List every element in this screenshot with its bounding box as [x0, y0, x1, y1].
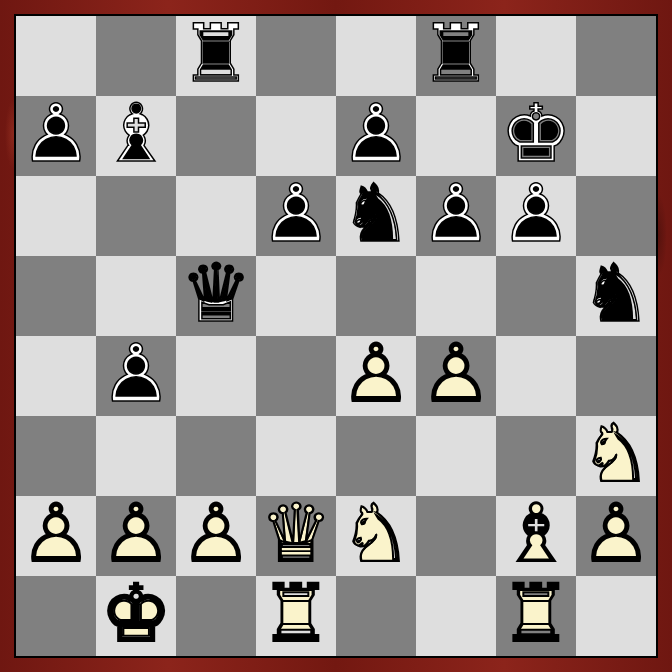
square-c2[interactable]: ♟♙ — [176, 496, 256, 576]
square-b7[interactable]: ♝♗ — [96, 96, 176, 176]
square-b8[interactable] — [96, 16, 176, 96]
square-a4[interactable] — [16, 336, 96, 416]
square-g2[interactable]: ♝♗ — [496, 496, 576, 576]
square-f3[interactable] — [416, 416, 496, 496]
square-g7[interactable]: ♚♔ — [496, 96, 576, 176]
black-rook-outline: ♖ — [176, 14, 256, 94]
white-king-outline: ♔ — [96, 574, 176, 654]
square-b4[interactable]: ♟♙ — [96, 336, 176, 416]
square-c3[interactable] — [176, 416, 256, 496]
black-pawn[interactable]: ♟♙ — [336, 96, 416, 176]
square-a7[interactable]: ♟♙ — [16, 96, 96, 176]
square-h7[interactable] — [576, 96, 656, 176]
black-pawn-outline: ♙ — [336, 94, 416, 174]
square-f8[interactable]: ♜♖ — [416, 16, 496, 96]
square-c5[interactable]: ♛♕ — [176, 256, 256, 336]
square-g6[interactable]: ♟♙ — [496, 176, 576, 256]
square-b2[interactable]: ♟♙ — [96, 496, 176, 576]
black-knight-outline: ♘ — [336, 174, 416, 254]
chess-board: ♜♖♜♖♟♙♝♗♟♙♚♔♟♙♞♘♟♙♟♙♛♕♞♘♟♙♟♙♟♙♞♘♟♙♟♙♟♙♛♕… — [16, 16, 656, 656]
white-pawn[interactable]: ♟♙ — [336, 336, 416, 416]
square-g1[interactable]: ♜♖ — [496, 576, 576, 656]
white-pawn-outline: ♙ — [96, 494, 176, 574]
square-g3[interactable] — [496, 416, 576, 496]
square-b5[interactable] — [96, 256, 176, 336]
square-g5[interactable] — [496, 256, 576, 336]
square-d5[interactable] — [256, 256, 336, 336]
square-d7[interactable] — [256, 96, 336, 176]
white-knight[interactable]: ♞♘ — [576, 416, 656, 496]
black-pawn[interactable]: ♟♙ — [416, 176, 496, 256]
black-knight-outline: ♘ — [576, 254, 656, 334]
board-edge: ♜♖♜♖♟♙♝♗♟♙♚♔♟♙♞♘♟♙♟♙♛♕♞♘♟♙♟♙♟♙♞♘♟♙♟♙♟♙♛♕… — [14, 14, 658, 658]
square-a1[interactable] — [16, 576, 96, 656]
black-rook-outline: ♖ — [416, 14, 496, 94]
square-e5[interactable] — [336, 256, 416, 336]
square-h5[interactable]: ♞♘ — [576, 256, 656, 336]
white-queen-outline: ♕ — [256, 494, 336, 574]
black-king[interactable]: ♚♔ — [496, 96, 576, 176]
square-f4[interactable]: ♟♙ — [416, 336, 496, 416]
black-knight[interactable]: ♞♘ — [336, 176, 416, 256]
white-knight-outline: ♘ — [576, 414, 656, 494]
white-knight-outline: ♘ — [336, 494, 416, 574]
black-bishop-outline: ♗ — [96, 94, 176, 174]
white-pawn[interactable]: ♟♙ — [416, 336, 496, 416]
square-d1[interactable]: ♜♖ — [256, 576, 336, 656]
square-b3[interactable] — [96, 416, 176, 496]
white-rook[interactable]: ♜♖ — [256, 576, 336, 656]
white-king[interactable]: ♚♔ — [96, 576, 176, 656]
square-f2[interactable] — [416, 496, 496, 576]
black-pawn-outline: ♙ — [256, 174, 336, 254]
black-pawn-outline: ♙ — [496, 174, 576, 254]
white-rook-outline: ♖ — [256, 574, 336, 654]
white-bishop-outline: ♗ — [496, 494, 576, 574]
square-e1[interactable] — [336, 576, 416, 656]
square-c6[interactable] — [176, 176, 256, 256]
square-e4[interactable]: ♟♙ — [336, 336, 416, 416]
square-c8[interactable]: ♜♖ — [176, 16, 256, 96]
square-d2[interactable]: ♛♕ — [256, 496, 336, 576]
black-king-outline: ♔ — [496, 94, 576, 174]
square-d8[interactable] — [256, 16, 336, 96]
black-queen[interactable]: ♛♕ — [176, 256, 256, 336]
black-knight[interactable]: ♞♘ — [576, 256, 656, 336]
square-d4[interactable] — [256, 336, 336, 416]
square-h2[interactable]: ♟♙ — [576, 496, 656, 576]
square-e6[interactable]: ♞♘ — [336, 176, 416, 256]
black-pawn-outline: ♙ — [96, 334, 176, 414]
white-pawn-outline: ♙ — [416, 334, 496, 414]
black-rook[interactable]: ♜♖ — [176, 16, 256, 96]
white-pawn[interactable]: ♟♙ — [96, 496, 176, 576]
white-pawn-outline: ♙ — [176, 494, 256, 574]
square-a2[interactable]: ♟♙ — [16, 496, 96, 576]
black-pawn[interactable]: ♟♙ — [496, 176, 576, 256]
square-f6[interactable]: ♟♙ — [416, 176, 496, 256]
square-h8[interactable] — [576, 16, 656, 96]
white-bishop[interactable]: ♝♗ — [496, 496, 576, 576]
board-frame: ♜♖♜♖♟♙♝♗♟♙♚♔♟♙♞♘♟♙♟♙♛♕♞♘♟♙♟♙♟♙♞♘♟♙♟♙♟♙♛♕… — [0, 0, 672, 672]
black-bishop[interactable]: ♝♗ — [96, 96, 176, 176]
black-pawn[interactable]: ♟♙ — [96, 336, 176, 416]
square-c4[interactable] — [176, 336, 256, 416]
square-h6[interactable] — [576, 176, 656, 256]
square-a8[interactable] — [16, 16, 96, 96]
white-knight[interactable]: ♞♘ — [336, 496, 416, 576]
white-pawn[interactable]: ♟♙ — [176, 496, 256, 576]
white-rook[interactable]: ♜♖ — [496, 576, 576, 656]
square-f1[interactable] — [416, 576, 496, 656]
square-b6[interactable] — [96, 176, 176, 256]
black-rook[interactable]: ♜♖ — [416, 16, 496, 96]
square-a6[interactable] — [16, 176, 96, 256]
square-h1[interactable] — [576, 576, 656, 656]
square-e2[interactable]: ♞♘ — [336, 496, 416, 576]
square-h4[interactable] — [576, 336, 656, 416]
white-pawn-outline: ♙ — [576, 494, 656, 574]
square-b1[interactable]: ♚♔ — [96, 576, 176, 656]
white-queen[interactable]: ♛♕ — [256, 496, 336, 576]
square-c1[interactable] — [176, 576, 256, 656]
black-pawn[interactable]: ♟♙ — [256, 176, 336, 256]
square-e7[interactable]: ♟♙ — [336, 96, 416, 176]
square-d3[interactable] — [256, 416, 336, 496]
black-queen-outline: ♕ — [176, 254, 256, 334]
square-g8[interactable] — [496, 16, 576, 96]
square-h3[interactable]: ♞♘ — [576, 416, 656, 496]
square-a3[interactable] — [16, 416, 96, 496]
square-e8[interactable] — [336, 16, 416, 96]
white-pawn-outline: ♙ — [16, 494, 96, 574]
white-pawn[interactable]: ♟♙ — [576, 496, 656, 576]
white-pawn-outline: ♙ — [336, 334, 416, 414]
square-d6[interactable]: ♟♙ — [256, 176, 336, 256]
square-f7[interactable] — [416, 96, 496, 176]
square-f5[interactable] — [416, 256, 496, 336]
black-pawn[interactable]: ♟♙ — [16, 96, 96, 176]
white-pawn[interactable]: ♟♙ — [16, 496, 96, 576]
square-e3[interactable] — [336, 416, 416, 496]
square-c7[interactable] — [176, 96, 256, 176]
square-a5[interactable] — [16, 256, 96, 336]
black-pawn-outline: ♙ — [16, 94, 96, 174]
square-g4[interactable] — [496, 336, 576, 416]
white-rook-outline: ♖ — [496, 574, 576, 654]
black-pawn-outline: ♙ — [416, 174, 496, 254]
